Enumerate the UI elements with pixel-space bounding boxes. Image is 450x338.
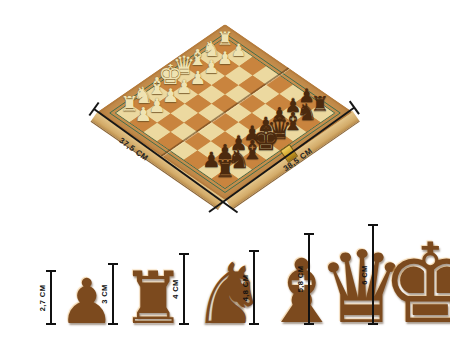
height-dimension-line: 2,7 CM: [50, 270, 52, 325]
height-dimension-line: 4 CM: [183, 253, 185, 325]
height-dimension-line: 4,8 CM: [253, 250, 255, 325]
height-label: 6 CM: [360, 265, 369, 285]
king-glyph: ♚: [381, 229, 450, 338]
chess-board-photo: ♜♞♝♛♚♝♞♜♟♟♟♟♟♟♟♟♟♟♟♟♟♟♟♟♜♞♝♛♚♝♞♜ 37,5 CM…: [0, 0, 450, 240]
height-dimension-line: 5,8 CM: [308, 233, 310, 325]
chess-board: [98, 24, 353, 200]
height-label: 5,8 CM: [296, 266, 305, 293]
height-dimension-line: 3 CM: [112, 263, 114, 325]
height-label: 3 CM: [100, 284, 109, 304]
piece-size-chart: 2,7 CM♟3 CM♜4 CM♞4,8 CM♝5,8 CM♛6 CM♚: [0, 208, 450, 338]
height-label: 4 CM: [171, 279, 180, 299]
height-dimension-line: 6 CM: [372, 224, 374, 325]
size-item-king: 6 CM♚: [372, 224, 450, 325]
height-label: 4,8 CM: [241, 274, 250, 301]
chess-set-product-image: ♜♞♝♛♚♝♞♜♟♟♟♟♟♟♟♟♟♟♟♟♟♟♟♟♜♞♝♛♚♝♞♜ 37,5 CM…: [0, 0, 450, 338]
height-label: 2,7 CM: [38, 284, 47, 311]
